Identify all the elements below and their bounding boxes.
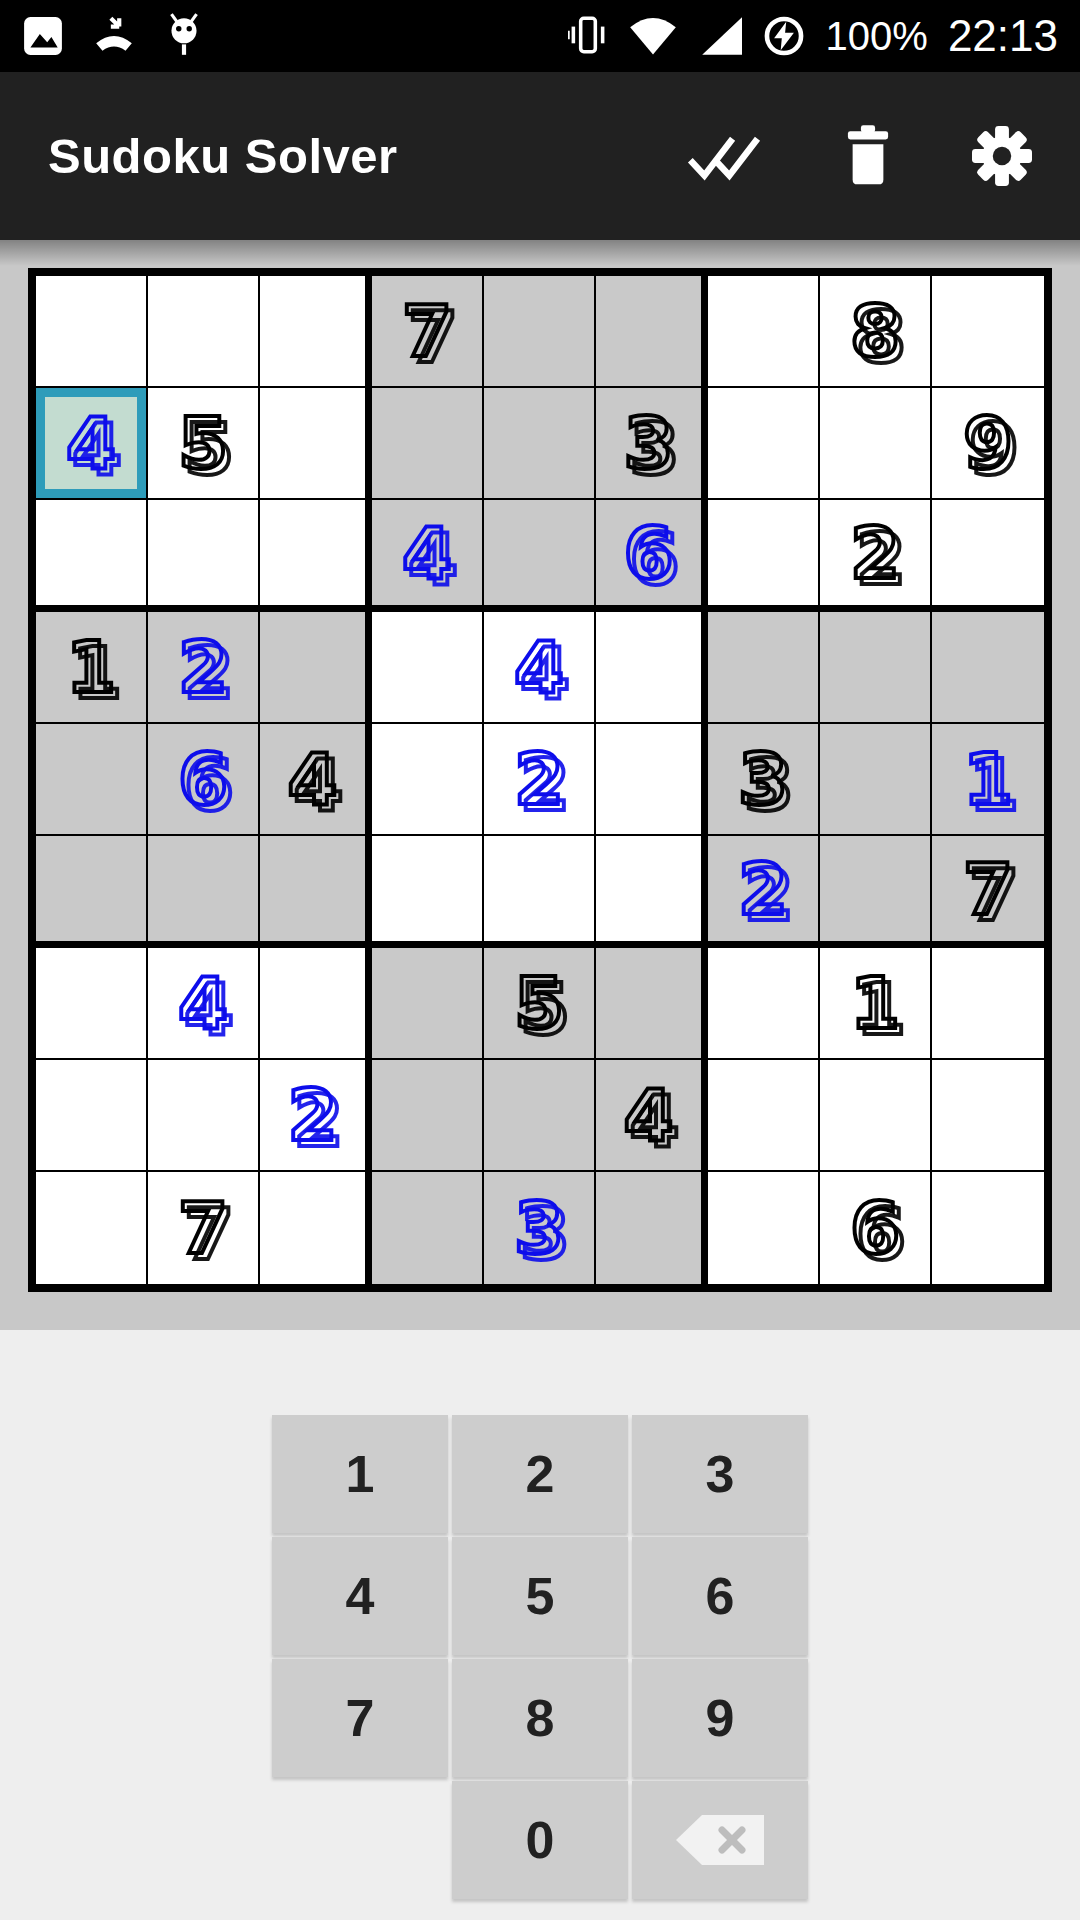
- given-digit: 77: [932, 836, 1044, 941]
- cell-r2c3[interactable]: [260, 388, 372, 500]
- cell-r1c3[interactable]: [260, 276, 372, 388]
- user-digit: 22: [260, 1060, 365, 1170]
- user-digit: 44: [36, 388, 146, 498]
- given-digit: 44: [260, 724, 365, 834]
- status-bar: 100% 22:13: [0, 0, 1080, 72]
- solve-button[interactable]: [686, 128, 764, 184]
- cell-r6c3[interactable]: [260, 836, 372, 948]
- cell-r5c7[interactable]: 33: [708, 724, 820, 836]
- board-area: 7788445533994466221122446644223311227744…: [0, 240, 1080, 1330]
- cell-r7c2[interactable]: 44: [148, 948, 260, 1060]
- cell-r6c7[interactable]: 22: [708, 836, 820, 948]
- cell-r4c6[interactable]: [596, 612, 708, 724]
- cell-r8c7[interactable]: [708, 1060, 820, 1172]
- cell-r9c8[interactable]: 66: [820, 1172, 932, 1284]
- cell-r5c4[interactable]: [372, 724, 484, 836]
- cell-r9c1[interactable]: [36, 1172, 148, 1284]
- key-4[interactable]: 4: [272, 1537, 448, 1655]
- user-digit: 33: [484, 1172, 594, 1284]
- cell-r1c9[interactable]: [932, 276, 1044, 388]
- cell-r2c9[interactable]: 99: [932, 388, 1044, 500]
- status-bar-notifications: [22, 13, 204, 59]
- vibrate-icon: [568, 13, 608, 59]
- user-digit: 44: [148, 948, 258, 1058]
- cell-r6c8[interactable]: [820, 836, 932, 948]
- key-6[interactable]: 6: [632, 1537, 808, 1655]
- cell-r2c8[interactable]: [820, 388, 932, 500]
- sudoku-board: 7788445533994466221122446644223311227744…: [28, 268, 1052, 1292]
- cell-r4c2[interactable]: 22: [148, 612, 260, 724]
- cell-r6c4[interactable]: [372, 836, 484, 948]
- cell-r1c1[interactable]: [36, 276, 148, 388]
- cell-r2c6[interactable]: 33: [596, 388, 708, 500]
- cell-r4c4[interactable]: [372, 612, 484, 724]
- user-digit: 66: [148, 724, 258, 834]
- given-digit: 11: [820, 948, 930, 1058]
- cell-r6c2[interactable]: [148, 836, 260, 948]
- user-digit: 44: [484, 612, 594, 722]
- given-digit: 66: [820, 1172, 930, 1284]
- cell-r5c2[interactable]: 66: [148, 724, 260, 836]
- cell-r4c5[interactable]: 44: [484, 612, 596, 724]
- cell-r7c7[interactable]: [708, 948, 820, 1060]
- user-digit: 44: [372, 500, 482, 605]
- given-digit: 77: [372, 276, 482, 386]
- cell-r5c5[interactable]: 22: [484, 724, 596, 836]
- cell-r7c1[interactable]: [36, 948, 148, 1060]
- cell-r3c3[interactable]: [260, 500, 372, 612]
- cell-r2c1[interactable]: 44: [36, 388, 148, 500]
- cell-r3c8[interactable]: 22: [820, 500, 932, 612]
- key-5[interactable]: 5: [452, 1537, 628, 1655]
- cell-r5c6[interactable]: [596, 724, 708, 836]
- cellular-signal-icon: [698, 16, 742, 56]
- cell-r4c8[interactable]: [820, 612, 932, 724]
- gear-icon: [972, 126, 1032, 186]
- key-0[interactable]: 0: [452, 1781, 628, 1899]
- key-3[interactable]: 3: [632, 1415, 808, 1533]
- given-digit: 55: [148, 388, 258, 498]
- app-bar: Sudoku Solver: [0, 72, 1080, 240]
- key-1[interactable]: 1: [272, 1415, 448, 1533]
- cell-r5c3[interactable]: 44: [260, 724, 372, 836]
- user-digit: 22: [708, 836, 818, 941]
- user-digit: 66: [596, 500, 701, 605]
- given-digit: 22: [820, 500, 930, 605]
- cell-r3c9[interactable]: [932, 500, 1044, 612]
- cell-r4c9[interactable]: [932, 612, 1044, 724]
- given-digit: 77: [148, 1172, 258, 1284]
- cell-r1c5[interactable]: [484, 276, 596, 388]
- cell-r6c1[interactable]: [36, 836, 148, 948]
- cell-r8c3[interactable]: 22: [260, 1060, 372, 1172]
- cell-r7c8[interactable]: 11: [820, 948, 932, 1060]
- cell-r8c4[interactable]: [372, 1060, 484, 1172]
- cell-r9c6[interactable]: [596, 1172, 708, 1284]
- cell-r6c6[interactable]: [596, 836, 708, 948]
- cell-r2c4[interactable]: [372, 388, 484, 500]
- user-digit: 22: [148, 612, 258, 722]
- cell-r6c9[interactable]: 77: [932, 836, 1044, 948]
- cell-r1c8[interactable]: 88: [820, 276, 932, 388]
- status-bar-system: 100% 22:13: [568, 11, 1058, 61]
- cell-r7c3[interactable]: [260, 948, 372, 1060]
- cell-r5c1[interactable]: [36, 724, 148, 836]
- number-keypad: 1234567890: [272, 1415, 808, 1899]
- cell-r2c2[interactable]: 55: [148, 388, 260, 500]
- cell-r1c6[interactable]: [596, 276, 708, 388]
- page-title: Sudoku Solver: [48, 128, 398, 184]
- cell-r1c2[interactable]: [148, 276, 260, 388]
- keypad-area: 1234567890: [0, 1330, 1080, 1920]
- key-2[interactable]: 2: [452, 1415, 628, 1533]
- cell-r8c9[interactable]: [932, 1060, 1044, 1172]
- cell-r3c6[interactable]: 66: [596, 500, 708, 612]
- battery-percent-label: 100%: [826, 14, 928, 59]
- gallery-icon: [22, 15, 64, 57]
- app-bar-actions: [686, 125, 1032, 187]
- cell-r3c4[interactable]: 44: [372, 500, 484, 612]
- cell-r7c4[interactable]: [372, 948, 484, 1060]
- cell-r4c1[interactable]: 11: [36, 612, 148, 724]
- cell-r4c3[interactable]: [260, 612, 372, 724]
- given-digit: 99: [932, 388, 1044, 498]
- battery-charging-icon: [762, 14, 806, 58]
- cell-r3c2[interactable]: [148, 500, 260, 612]
- key-9[interactable]: 9: [632, 1659, 808, 1777]
- key-8[interactable]: 8: [452, 1659, 628, 1777]
- cell-r9c7[interactable]: [708, 1172, 820, 1284]
- cell-r9c3[interactable]: [260, 1172, 372, 1284]
- user-digit: 22: [484, 724, 594, 834]
- key-backspace[interactable]: [632, 1781, 808, 1899]
- cell-r8c5[interactable]: [484, 1060, 596, 1172]
- given-digit: 44: [596, 1060, 701, 1170]
- settings-button[interactable]: [972, 126, 1032, 186]
- cell-r7c9[interactable]: [932, 948, 1044, 1060]
- trash-icon: [842, 125, 894, 187]
- cell-r7c5[interactable]: 55: [484, 948, 596, 1060]
- cell-r8c2[interactable]: [148, 1060, 260, 1172]
- sudoku-solver-screen: 100% 22:13 Sudoku Solver: [0, 0, 1080, 1920]
- cell-r9c4[interactable]: [372, 1172, 484, 1284]
- cyanogenmod-mascot-icon: [164, 13, 204, 59]
- backspace-icon: [670, 1809, 770, 1871]
- cell-r8c6[interactable]: 44: [596, 1060, 708, 1172]
- given-digit: 11: [36, 612, 146, 722]
- cell-r3c1[interactable]: [36, 500, 148, 612]
- key-7[interactable]: 7: [272, 1659, 448, 1777]
- missed-call-icon: [92, 16, 136, 56]
- cell-r3c7[interactable]: [708, 500, 820, 612]
- cell-r3c5[interactable]: [484, 500, 596, 612]
- cell-r9c2[interactable]: 77: [148, 1172, 260, 1284]
- cell-r8c1[interactable]: [36, 1060, 148, 1172]
- user-digit: 11: [932, 724, 1044, 834]
- given-digit: 55: [484, 948, 594, 1058]
- cell-r5c9[interactable]: 11: [932, 724, 1044, 836]
- cell-r7c6[interactable]: [596, 948, 708, 1060]
- wifi-icon: [628, 16, 678, 56]
- cell-r9c5[interactable]: 33: [484, 1172, 596, 1284]
- given-digit: 33: [596, 388, 701, 498]
- cell-r5c8[interactable]: [820, 724, 932, 836]
- cell-r1c7[interactable]: [708, 276, 820, 388]
- cell-r8c8[interactable]: [820, 1060, 932, 1172]
- cell-r9c9[interactable]: [932, 1172, 1044, 1284]
- given-digit: 33: [708, 724, 818, 834]
- cell-r2c5[interactable]: [484, 388, 596, 500]
- given-digit: 88: [820, 276, 930, 386]
- clock-label: 22:13: [948, 11, 1058, 61]
- cell-r1c4[interactable]: 77: [372, 276, 484, 388]
- clear-button[interactable]: [842, 125, 894, 187]
- check-all-icon: [686, 128, 764, 184]
- cell-r2c7[interactable]: [708, 388, 820, 500]
- cell-r6c5[interactable]: [484, 836, 596, 948]
- cell-r4c7[interactable]: [708, 612, 820, 724]
